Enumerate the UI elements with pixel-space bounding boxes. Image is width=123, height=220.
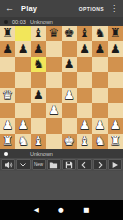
- square-b2[interactable]: ♟: [15, 118, 30, 133]
- floppy-save-icon: [65, 161, 73, 169]
- square-g6[interactable]: [92, 57, 107, 72]
- black-player-color-icon: [4, 20, 8, 24]
- square-e7[interactable]: [62, 41, 77, 56]
- square-c8[interactable]: ♝: [31, 26, 46, 41]
- square-c4[interactable]: ♟: [31, 88, 46, 103]
- square-h4[interactable]: [108, 88, 123, 103]
- square-f6[interactable]: [77, 57, 92, 72]
- square-g4[interactable]: [92, 88, 107, 103]
- black-rook-h8: ♜: [108, 26, 123, 41]
- android-nav-bar: ◀ ● ■: [0, 200, 123, 220]
- app-bar: ← Play OPTIONS ⋮: [0, 0, 123, 17]
- move-list-area[interactable]: [0, 171, 123, 200]
- square-a2[interactable]: ♟: [0, 118, 15, 133]
- next-move-button[interactable]: [93, 159, 107, 170]
- square-e6[interactable]: ♟: [62, 57, 77, 72]
- square-a5[interactable]: [0, 72, 15, 87]
- white-pawn-h2: ♟: [108, 118, 123, 133]
- white-pawn-d3: ♟: [46, 103, 61, 118]
- collapse-button[interactable]: [16, 159, 30, 170]
- square-h7[interactable]: ♟: [108, 41, 123, 56]
- square-b6[interactable]: [15, 57, 30, 72]
- square-c2[interactable]: [31, 118, 46, 133]
- overflow-menu-icon[interactable]: ⋮: [110, 4, 118, 13]
- square-d1[interactable]: [46, 134, 61, 149]
- square-d8[interactable]: ♛: [46, 26, 61, 41]
- square-c3[interactable]: [31, 103, 46, 118]
- square-f7[interactable]: ♟: [77, 41, 92, 56]
- white-knight-b1: ♞: [15, 134, 30, 149]
- white-king-e1: ♚: [62, 134, 77, 149]
- square-h5[interactable]: [108, 72, 123, 87]
- square-d2[interactable]: [46, 118, 61, 133]
- square-b4[interactable]: [15, 88, 30, 103]
- square-b8[interactable]: [15, 26, 30, 41]
- square-b1[interactable]: ♞: [15, 134, 30, 149]
- black-pawn-c7: ♟: [31, 41, 46, 56]
- square-d6[interactable]: [46, 57, 61, 72]
- square-d4[interactable]: [46, 88, 61, 103]
- square-b3[interactable]: [15, 103, 30, 118]
- square-c1[interactable]: ♝: [31, 134, 46, 149]
- white-pawn-b2: ♟: [15, 118, 30, 133]
- white-player-row: Unknown: [0, 149, 123, 158]
- square-e4[interactable]: ♟: [62, 88, 77, 103]
- white-pawn-f2: ♟: [77, 118, 92, 133]
- chevron-left-icon: [80, 161, 88, 169]
- nav-home-icon[interactable]: ●: [58, 200, 64, 220]
- square-a6[interactable]: [0, 57, 15, 72]
- page-title: Play: [21, 4, 37, 13]
- white-queen-a4: ♛: [0, 88, 15, 103]
- square-h2[interactable]: ♟: [108, 118, 123, 133]
- black-bishop-f8: ♝: [77, 26, 92, 41]
- square-f2[interactable]: ♟: [77, 118, 92, 133]
- square-f5[interactable]: [77, 72, 92, 87]
- speaker-icon: [4, 161, 13, 169]
- square-d5[interactable]: [46, 72, 61, 87]
- square-g2[interactable]: ♟: [92, 118, 107, 133]
- square-f8[interactable]: ♝: [77, 26, 92, 41]
- new-game-button[interactable]: New: [32, 159, 46, 170]
- square-e2[interactable]: [62, 118, 77, 133]
- square-h8[interactable]: ♜: [108, 26, 123, 41]
- black-queen-d8: ♛: [46, 26, 61, 41]
- options-button[interactable]: OPTIONS: [79, 6, 104, 12]
- previous-move-button[interactable]: [77, 159, 91, 170]
- nav-back-icon[interactable]: ◀: [34, 200, 39, 220]
- black-pawn-g7: ♟: [92, 41, 107, 56]
- back-arrow-icon[interactable]: ←: [5, 0, 14, 17]
- square-g3[interactable]: [92, 103, 107, 118]
- square-f3[interactable]: [77, 103, 92, 118]
- white-player-name: Unknown: [30, 151, 53, 157]
- square-g7[interactable]: ♟: [92, 41, 107, 56]
- black-king-e8: ♚: [62, 26, 77, 41]
- square-d3[interactable]: ♟: [46, 103, 61, 118]
- square-g8[interactable]: ♞: [92, 26, 107, 41]
- square-g5[interactable]: [92, 72, 107, 87]
- square-e3[interactable]: [62, 103, 77, 118]
- chevron-right-icon: [96, 161, 104, 169]
- square-e5[interactable]: [62, 72, 77, 87]
- play-icon: [111, 161, 119, 169]
- square-a1[interactable]: ♜: [0, 134, 15, 149]
- square-d7[interactable]: [46, 41, 61, 56]
- white-bishop-c1: ♝: [31, 134, 46, 149]
- black-player-name: Unknown: [30, 19, 53, 25]
- white-pawn-e4: ♟: [62, 88, 77, 103]
- white-rook-h1: ♜: [108, 134, 123, 149]
- square-h1[interactable]: ♜: [108, 134, 123, 149]
- black-pawn-h7: ♟: [108, 41, 123, 56]
- white-pawn-a2: ♟: [0, 118, 15, 133]
- square-e8[interactable]: ♚: [62, 26, 77, 41]
- open-file-button[interactable]: [47, 159, 61, 170]
- square-a3[interactable]: [0, 103, 15, 118]
- black-bishop-c8: ♝: [31, 26, 46, 41]
- black-pawn-b7: ♟: [15, 41, 30, 56]
- play-engine-button[interactable]: [108, 159, 122, 170]
- square-h6[interactable]: [108, 57, 123, 72]
- square-c7[interactable]: ♟: [31, 41, 46, 56]
- square-h3[interactable]: [108, 103, 123, 118]
- black-pawn-f7: ♟: [77, 41, 92, 56]
- phone-screen: ← Play OPTIONS ⋮ 00:03 Unknown ♜♝♛♚♝♞♜♟♟…: [0, 0, 123, 220]
- square-f4[interactable]: [77, 88, 92, 103]
- square-e1[interactable]: ♚: [62, 134, 77, 149]
- black-rook-a8: ♜: [0, 26, 15, 41]
- black-knight-g8: ♞: [92, 26, 107, 41]
- black-knight-c6: ♞: [31, 57, 46, 72]
- square-b5[interactable]: [15, 72, 30, 87]
- square-a7[interactable]: ♟: [0, 41, 15, 56]
- black-pawn-e6: ♟: [62, 57, 77, 72]
- square-c5[interactable]: [31, 72, 46, 87]
- white-pawn-g2: ♟: [92, 118, 107, 133]
- square-a4[interactable]: ♛: [0, 88, 15, 103]
- square-f1[interactable]: ♝: [77, 134, 92, 149]
- black-player-clock: 00:03: [12, 19, 30, 25]
- white-bishop-f1: ♝: [77, 134, 92, 149]
- folder-open-icon: [49, 161, 58, 169]
- white-knight-g1: ♞: [92, 134, 107, 149]
- chess-board: ♜♝♛♚♝♞♜♟♟♟♟♟♟♞♟♛♟♟♟♟♟♟♟♟♜♞♝♚♝♞♜: [0, 26, 123, 149]
- sound-button[interactable]: [1, 159, 15, 170]
- black-pawn-c4: ♟: [31, 88, 46, 103]
- black-player-row: 00:03 Unknown: [0, 17, 123, 26]
- square-g1[interactable]: ♞: [92, 134, 107, 149]
- black-pawn-a7: ♟: [0, 41, 15, 56]
- white-rook-a1: ♜: [0, 134, 15, 149]
- chevron-down-icon: [19, 161, 27, 169]
- game-toolbar: New: [0, 158, 123, 171]
- square-b7[interactable]: ♟: [15, 41, 30, 56]
- save-game-button[interactable]: [62, 159, 76, 170]
- square-c6[interactable]: ♞: [31, 57, 46, 72]
- nav-recents-icon[interactable]: ■: [83, 200, 89, 220]
- square-a8[interactable]: ♜: [0, 26, 15, 41]
- white-player-color-icon: [4, 152, 8, 156]
